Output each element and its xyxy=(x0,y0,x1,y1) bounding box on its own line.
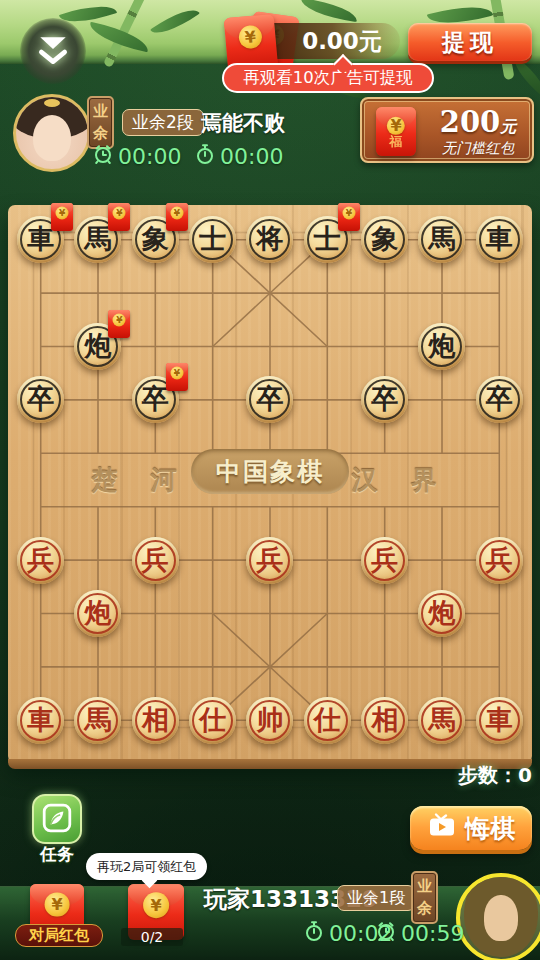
piece-black-r3c4[interactable]: 卒 xyxy=(246,376,293,423)
opponent-move-timer: 00:00 xyxy=(194,143,283,170)
piece-black-r3c0[interactable]: 卒 xyxy=(17,376,64,423)
undo-move-button[interactable]: 悔棋 xyxy=(410,806,532,850)
piece-red-r9c4[interactable]: 帅 xyxy=(246,697,293,744)
feather-scroll-icon xyxy=(41,802,73,837)
piece-black-r0c4[interactable]: 将 xyxy=(246,216,293,263)
red-envelope-badge-icon: ¥ xyxy=(166,363,188,391)
piece-character: 仕 xyxy=(199,706,226,733)
tv-video-icon xyxy=(427,812,457,845)
piece-red-r9c2[interactable]: 相 xyxy=(132,697,179,744)
piece-character: 炮 xyxy=(84,599,111,626)
piece-red-r9c3[interactable]: 仕 xyxy=(189,697,236,744)
match-envelope-label: 对局红包 xyxy=(15,924,103,947)
piece-red-r6c2[interactable]: 兵 xyxy=(132,537,179,584)
piece-red-r9c8[interactable]: 車 xyxy=(476,697,523,744)
red-packet-promo-banner[interactable]: ¥ 福 200元 无门槛红包 xyxy=(360,97,534,163)
piece-black-r0c1[interactable]: 馬¥ xyxy=(74,216,121,263)
piece-black-r0c2[interactable]: 象¥ xyxy=(132,216,179,263)
piece-red-r9c7[interactable]: 馬 xyxy=(418,697,465,744)
piece-character: 帅 xyxy=(256,706,283,733)
balance-amount: 0.00元 xyxy=(302,28,382,54)
piece-black-r3c2[interactable]: 卒¥ xyxy=(132,376,179,423)
piece-character: 相 xyxy=(142,706,169,733)
piece-red-r9c5[interactable]: 仕 xyxy=(304,697,351,744)
piece-red-r7c7[interactable]: 炮 xyxy=(418,590,465,637)
piece-character: 炮 xyxy=(428,599,455,626)
piece-character: 兵 xyxy=(142,546,169,573)
piece-black-r0c3[interactable]: 士 xyxy=(189,216,236,263)
collapse-panel-button[interactable] xyxy=(20,18,86,84)
red-envelope-badge-icon: ¥ xyxy=(108,310,130,338)
promo-label: 无门槛红包 xyxy=(424,139,532,158)
envelope-progress: 0/2 xyxy=(121,928,183,946)
piece-character: 卒 xyxy=(256,385,283,412)
red-envelope-badge-icon: ¥ xyxy=(51,203,73,231)
piece-red-r6c4[interactable]: 兵 xyxy=(246,537,293,584)
alarm-clock-icon xyxy=(375,920,397,947)
piece-black-r0c7[interactable]: 馬 xyxy=(418,216,465,263)
red-envelope-badge-icon: ¥ xyxy=(166,203,188,231)
piece-character: 士 xyxy=(199,225,226,252)
piece-black-r3c6[interactable]: 卒 xyxy=(361,376,408,423)
piece-character: 仕 xyxy=(314,706,341,733)
piece-black-r2c1[interactable]: 炮¥ xyxy=(74,323,121,370)
piece-character: 車 xyxy=(27,225,54,252)
play-more-tooltip: 再玩2局可领红包 xyxy=(86,853,207,880)
stopwatch-icon xyxy=(303,920,325,947)
piece-character: 卒 xyxy=(142,385,169,412)
opponent-rank-badge: 业余2段 xyxy=(122,109,204,136)
piece-character: 兵 xyxy=(486,546,513,573)
piece-character: 士 xyxy=(314,225,341,252)
promo-amount: 200元 xyxy=(426,105,530,139)
red-envelope-badge-icon: ¥ xyxy=(338,203,360,231)
alarm-clock-icon xyxy=(92,143,114,170)
piece-character: 卒 xyxy=(486,385,513,412)
piece-character: 相 xyxy=(371,706,398,733)
piece-red-r6c8[interactable]: 兵 xyxy=(476,537,523,584)
piece-character: 車 xyxy=(27,706,54,733)
piece-character: 車 xyxy=(486,225,513,252)
avatar-face xyxy=(484,895,518,941)
xiangqi-app-screen: ¥ 0.00元 ¥ 提现 再观看10次广告可提现 业余 业余2段 焉能不败 00… xyxy=(0,0,540,960)
task-button[interactable] xyxy=(32,794,82,844)
piece-character: 炮 xyxy=(84,332,111,359)
stopwatch-icon xyxy=(194,143,216,170)
piece-red-r9c6[interactable]: 相 xyxy=(361,697,408,744)
piece-character: 炮 xyxy=(428,332,455,359)
piece-character: 卒 xyxy=(27,385,54,412)
piece-character: 馬 xyxy=(84,225,111,252)
step-counter: 步数：0 xyxy=(458,762,532,789)
piece-character: 兵 xyxy=(371,546,398,573)
piece-red-r7c1[interactable]: 炮 xyxy=(74,590,121,637)
player-rank-badge: 业余1段 xyxy=(337,885,415,911)
task-button-label: 任务 xyxy=(22,843,92,866)
piece-black-r0c0[interactable]: 車¥ xyxy=(17,216,64,263)
piece-character: 馬 xyxy=(428,225,455,252)
red-envelope-badge-icon: ¥ xyxy=(108,203,130,231)
piece-character: 兵 xyxy=(256,546,283,573)
opponent-name: 焉能不败 xyxy=(201,109,285,137)
piece-black-r0c5[interactable]: 士¥ xyxy=(304,216,351,263)
piece-red-r6c0[interactable]: 兵 xyxy=(17,537,64,584)
piece-character: 象 xyxy=(371,225,398,252)
undo-label: 悔棋 xyxy=(465,812,515,845)
piece-black-r0c8[interactable]: 車 xyxy=(476,216,523,263)
avatar-face xyxy=(33,115,71,161)
avatar-hairpin xyxy=(44,99,60,107)
board-grid[interactable]: 車¥馬¥象¥士将士¥象馬車炮¥炮卒卒¥卒卒卒兵兵兵兵兵炮炮車馬相仕帅仕相馬車 xyxy=(12,213,528,747)
ad-withdraw-tooltip: 再观看10次广告可提现 xyxy=(222,63,434,93)
piece-character: 卒 xyxy=(371,385,398,412)
piece-black-r3c8[interactable]: 卒 xyxy=(476,376,523,423)
piece-character: 兵 xyxy=(27,546,54,573)
opponent-total-timer: 00:00 xyxy=(92,143,181,170)
bamboo-leaf xyxy=(299,0,359,22)
player-avatar[interactable] xyxy=(456,873,540,960)
red-envelope-icon: ¥ 福 xyxy=(376,107,416,156)
piece-red-r9c0[interactable]: 車 xyxy=(17,697,64,744)
piece-character: 車 xyxy=(486,706,513,733)
piece-black-r0c6[interactable]: 象 xyxy=(361,216,408,263)
opponent-avatar[interactable] xyxy=(13,94,91,172)
withdraw-label: 提现 xyxy=(442,29,498,55)
player-total-timer: 00:59 xyxy=(375,920,464,947)
piece-black-r2c7[interactable]: 炮 xyxy=(418,323,465,370)
piece-character: 馬 xyxy=(428,706,455,733)
bamboo-leaf xyxy=(150,1,200,42)
piece-character: 象 xyxy=(142,225,169,252)
double-chevron-down-icon xyxy=(34,34,72,69)
xiangqi-board: 楚 河 中国象棋 汉 界 車¥馬¥象¥士将士¥象馬車炮¥炮卒卒¥卒卒卒兵兵兵兵兵… xyxy=(8,205,532,763)
opponent-rank-plaque: 业余 xyxy=(87,96,114,149)
piece-red-r9c1[interactable]: 馬 xyxy=(74,697,121,744)
piece-character: 馬 xyxy=(84,706,111,733)
player-rank-plaque: 业余 xyxy=(411,871,438,924)
piece-red-r6c6[interactable]: 兵 xyxy=(361,537,408,584)
piece-character: 将 xyxy=(256,225,283,252)
withdraw-button[interactable]: 提现 xyxy=(408,23,532,61)
